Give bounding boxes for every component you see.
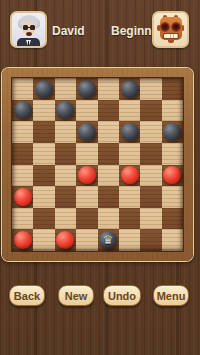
square-h1 xyxy=(162,229,183,251)
square-h3 xyxy=(162,186,183,208)
square-g5[interactable] xyxy=(140,143,161,165)
square-a6 xyxy=(12,121,33,143)
square-h7 xyxy=(162,100,183,122)
square-d2[interactable] xyxy=(76,208,97,230)
black-man-piece[interactable] xyxy=(14,101,32,119)
robot-teeth xyxy=(163,33,179,40)
undo-button[interactable]: Undo xyxy=(103,285,141,306)
black-king-piece[interactable]: ♛ xyxy=(99,231,117,249)
checkers-app: David Beginner ♛ Back New Undo Menu xyxy=(0,0,200,355)
black-man-piece[interactable] xyxy=(78,123,96,141)
glasses-icon xyxy=(27,27,31,28)
player-avatar[interactable] xyxy=(10,11,47,48)
robot-eye-icon xyxy=(161,23,169,31)
square-f7 xyxy=(119,100,140,122)
square-d5 xyxy=(76,143,97,165)
black-man-piece[interactable] xyxy=(163,123,181,141)
square-f2[interactable] xyxy=(119,208,140,230)
square-d3 xyxy=(76,186,97,208)
square-c1[interactable] xyxy=(55,229,76,251)
square-d4[interactable] xyxy=(76,165,97,187)
square-b1 xyxy=(33,229,54,251)
square-g2 xyxy=(140,208,161,230)
square-f6[interactable] xyxy=(119,121,140,143)
square-e4 xyxy=(98,165,119,187)
robot-eye-icon xyxy=(172,23,180,31)
square-f8[interactable] xyxy=(119,78,140,100)
red-man-piece[interactable] xyxy=(14,231,32,249)
square-f4[interactable] xyxy=(119,165,140,187)
square-c4 xyxy=(55,165,76,187)
red-man-piece[interactable] xyxy=(14,188,32,206)
square-c5[interactable] xyxy=(55,143,76,165)
square-d1 xyxy=(76,229,97,251)
square-d7 xyxy=(76,100,97,122)
checkers-board-frame: ♛ xyxy=(2,68,193,261)
opponent-avatar[interactable] xyxy=(152,11,189,48)
square-h2[interactable] xyxy=(162,208,183,230)
avatar-tie xyxy=(28,41,30,47)
square-a4 xyxy=(12,165,33,187)
square-b3 xyxy=(33,186,54,208)
red-man-piece[interactable] xyxy=(121,166,139,184)
square-e3[interactable] xyxy=(98,186,119,208)
black-man-piece[interactable] xyxy=(121,80,139,98)
avatar-mouth xyxy=(26,32,32,37)
red-man-piece[interactable] xyxy=(163,166,181,184)
square-e6 xyxy=(98,121,119,143)
square-c6 xyxy=(55,121,76,143)
square-c7[interactable] xyxy=(55,100,76,122)
square-a3[interactable] xyxy=(12,186,33,208)
square-a2 xyxy=(12,208,33,230)
menu-button[interactable]: Menu xyxy=(153,285,189,306)
new-game-button[interactable]: New xyxy=(58,285,94,306)
square-b6[interactable] xyxy=(33,121,54,143)
square-g1[interactable] xyxy=(140,229,161,251)
square-a8 xyxy=(12,78,33,100)
black-man-piece[interactable] xyxy=(35,80,53,98)
square-b4[interactable] xyxy=(33,165,54,187)
square-d8[interactable] xyxy=(76,78,97,100)
square-h8[interactable] xyxy=(162,78,183,100)
square-b2[interactable] xyxy=(33,208,54,230)
square-d6[interactable] xyxy=(76,121,97,143)
square-e5[interactable] xyxy=(98,143,119,165)
square-a7[interactable] xyxy=(12,100,33,122)
square-e8 xyxy=(98,78,119,100)
square-b5 xyxy=(33,143,54,165)
square-b7 xyxy=(33,100,54,122)
black-man-piece[interactable] xyxy=(121,123,139,141)
black-man-piece[interactable] xyxy=(56,101,74,119)
square-g4 xyxy=(140,165,161,187)
square-g3[interactable] xyxy=(140,186,161,208)
player-name: David xyxy=(52,24,85,38)
black-man-piece[interactable] xyxy=(78,80,96,98)
square-b8[interactable] xyxy=(33,78,54,100)
square-f3 xyxy=(119,186,140,208)
robot-chin xyxy=(168,40,174,43)
square-g8 xyxy=(140,78,161,100)
square-f1 xyxy=(119,229,140,251)
square-g7[interactable] xyxy=(140,100,161,122)
square-h6[interactable] xyxy=(162,121,183,143)
square-e7[interactable] xyxy=(98,100,119,122)
red-man-piece[interactable] xyxy=(56,231,74,249)
square-g6 xyxy=(140,121,161,143)
square-h4[interactable] xyxy=(162,165,183,187)
checkers-board: ♛ xyxy=(11,77,184,252)
square-f5 xyxy=(119,143,140,165)
back-button[interactable]: Back xyxy=(9,285,45,306)
square-a5[interactable] xyxy=(12,143,33,165)
square-e1[interactable]: ♛ xyxy=(98,229,119,251)
square-h5 xyxy=(162,143,183,165)
square-c2 xyxy=(55,208,76,230)
red-man-piece[interactable] xyxy=(78,166,96,184)
square-c8 xyxy=(55,78,76,100)
square-e2 xyxy=(98,208,119,230)
square-a1[interactable] xyxy=(12,229,33,251)
square-c3[interactable] xyxy=(55,186,76,208)
crown-icon: ♛ xyxy=(103,234,114,246)
